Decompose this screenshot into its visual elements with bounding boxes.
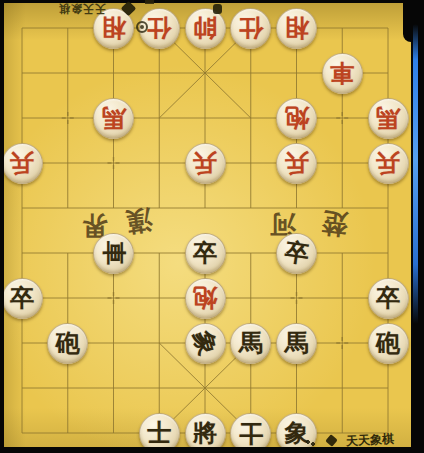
piece-red-elephant[interactable]: 相 — [276, 8, 317, 49]
piece-glyph: 相 — [285, 16, 309, 40]
app-watermark-top: 天天象棋 — [58, 1, 106, 16]
piece-black-chariot[interactable]: 車 — [93, 233, 134, 274]
piece-red-advisor[interactable]: 仕 — [230, 8, 271, 49]
piece-glyph: 相 — [102, 16, 126, 40]
piece-red-horse[interactable]: 馬 — [93, 98, 134, 139]
piece-black-cannon[interactable]: 砲 — [47, 323, 88, 364]
piece-red-chariot[interactable]: 車 — [322, 53, 363, 94]
small-bar-icon — [145, 0, 154, 4]
piece-glyph: 兵 — [10, 151, 34, 175]
piece-glyph: 帥 — [193, 16, 217, 40]
screen-edge-blue-highlight — [413, 24, 418, 324]
screen-edge-left — [0, 0, 4, 453]
piece-glyph: 砲 — [376, 331, 400, 355]
piece-black-soldier[interactable]: 卒 — [276, 233, 317, 274]
record-circle-icon — [136, 21, 148, 33]
river-label: 漢 — [124, 201, 155, 239]
piece-glyph: 兵 — [376, 151, 400, 175]
piece-glyph: 車 — [102, 241, 126, 265]
piece-glyph: 炮 — [285, 106, 309, 130]
piece-glyph: 馬 — [285, 331, 309, 355]
piece-red-soldier[interactable]: 兵 — [2, 143, 43, 184]
app-watermark-bottom: 天天象棋 — [346, 431, 395, 450]
piece-glyph: 仕 — [147, 16, 171, 40]
piece-glyph: 卒 — [193, 241, 217, 265]
piece-glyph: 砲 — [56, 331, 80, 355]
river-label: 楚 — [320, 205, 350, 243]
piece-black-horse[interactable]: 馬 — [230, 323, 271, 364]
piece-glyph: 卒 — [10, 286, 34, 310]
piece-red-cannon[interactable]: 炮 — [185, 278, 226, 319]
piece-glyph: 士 — [147, 421, 171, 445]
piece-black-horse[interactable]: 馬 — [276, 323, 317, 364]
piece-red-horse[interactable]: 馬 — [368, 98, 409, 139]
xiangqi-app-screenshot: 界 漢 河 楚 相仕帥仕相車馬炮馬兵兵兵兵炮車卒卒卒卒砲象馬馬砲士將士象 天天象… — [0, 0, 424, 453]
piece-glyph: 士 — [239, 421, 263, 445]
piece-black-soldier[interactable]: 卒 — [368, 278, 409, 319]
piece-glyph: 象 — [190, 328, 219, 357]
piece-glyph: 仕 — [239, 16, 263, 40]
piece-glyph: 卒 — [376, 286, 400, 310]
piece-glyph: 炮 — [193, 286, 217, 310]
piece-glyph: 卒 — [283, 239, 310, 266]
piece-black-soldier[interactable]: 卒 — [2, 278, 43, 319]
piece-black-soldier[interactable]: 卒 — [185, 233, 226, 274]
piece-glyph: 將 — [193, 421, 217, 445]
piece-glyph: 馬 — [376, 106, 400, 130]
piece-black-elephant[interactable]: 象 — [185, 323, 226, 364]
piece-black-cannon[interactable]: 砲 — [368, 323, 409, 364]
piece-glyph: 車 — [330, 61, 354, 85]
piece-red-soldier[interactable]: 兵 — [185, 143, 226, 184]
piece-red-soldier[interactable]: 兵 — [276, 143, 317, 184]
piece-glyph: 馬 — [239, 331, 263, 355]
small-dot-icon — [213, 4, 222, 14]
logo-dots-icon — [305, 440, 315, 446]
piece-glyph: 兵 — [285, 151, 309, 175]
piece-red-soldier[interactable]: 兵 — [368, 143, 409, 184]
piece-red-cannon[interactable]: 炮 — [276, 98, 317, 139]
piece-glyph: 馬 — [102, 106, 126, 130]
piece-glyph: 兵 — [193, 151, 217, 175]
